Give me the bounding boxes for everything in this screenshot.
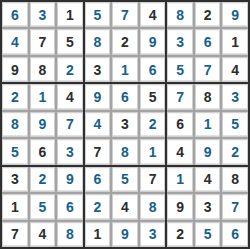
- cell-r1c6[interactable]: 4: [140, 2, 166, 27]
- cell-r9c3[interactable]: 8: [57, 222, 83, 247]
- cell-r7c8[interactable]: 4: [195, 167, 221, 192]
- cell-r3c3[interactable]: 2: [57, 57, 83, 82]
- cell-r2c8[interactable]: 6: [195, 29, 221, 54]
- cell-r2c6[interactable]: 9: [140, 29, 166, 54]
- cell-r1c3[interactable]: 1: [57, 2, 83, 27]
- cell-r1c1[interactable]: 6: [2, 2, 28, 27]
- sudoku-box-4: 214897563: [2, 84, 83, 164]
- cell-r7c2[interactable]: 2: [30, 167, 56, 192]
- cell-r4c7[interactable]: 7: [167, 84, 193, 109]
- cell-r4c4[interactable]: 9: [85, 84, 111, 109]
- cell-r1c8[interactable]: 2: [195, 2, 221, 27]
- cell-r9c8[interactable]: 5: [195, 222, 221, 247]
- cell-r5c8[interactable]: 1: [195, 112, 221, 137]
- sudoku-box-8: 657248193: [85, 167, 166, 247]
- cell-r6c7[interactable]: 4: [167, 139, 193, 164]
- cell-r9c2[interactable]: 4: [30, 222, 56, 247]
- cell-r3c2[interactable]: 8: [30, 57, 56, 82]
- cell-r6c8[interactable]: 9: [195, 139, 221, 164]
- cell-r1c4[interactable]: 5: [85, 2, 111, 27]
- sudoku-box-7: 329156748: [2, 167, 83, 247]
- cell-r9c4[interactable]: 1: [85, 222, 111, 247]
- sudoku-board: 6314759825748293168293615742148975639654…: [0, 0, 250, 249]
- sudoku-box-6: 783615492: [167, 84, 248, 164]
- cell-r8c2[interactable]: 5: [30, 194, 56, 219]
- cell-r7c4[interactable]: 6: [85, 167, 111, 192]
- cell-r4c3[interactable]: 4: [57, 84, 83, 109]
- cell-r4c8[interactable]: 8: [195, 84, 221, 109]
- cell-r4c2[interactable]: 1: [30, 84, 56, 109]
- cell-r2c4[interactable]: 8: [85, 29, 111, 54]
- sudoku-box-2: 574829316: [85, 2, 166, 82]
- cell-r5c4[interactable]: 4: [85, 112, 111, 137]
- cell-r2c3[interactable]: 5: [57, 29, 83, 54]
- cell-r4c6[interactable]: 5: [140, 84, 166, 109]
- cell-r8c7[interactable]: 9: [167, 194, 193, 219]
- cell-r9c7[interactable]: 2: [167, 222, 193, 247]
- cell-r7c7[interactable]: 1: [167, 167, 193, 192]
- cell-r8c3[interactable]: 6: [57, 194, 83, 219]
- cell-r9c6[interactable]: 3: [140, 222, 166, 247]
- cell-r3c6[interactable]: 6: [140, 57, 166, 82]
- cell-r4c1[interactable]: 2: [2, 84, 28, 109]
- cell-r5c6[interactable]: 2: [140, 112, 166, 137]
- sudoku-box-1: 631475982: [2, 2, 83, 82]
- cell-r6c5[interactable]: 8: [112, 139, 138, 164]
- cell-r6c3[interactable]: 3: [57, 139, 83, 164]
- cell-r2c5[interactable]: 2: [112, 29, 138, 54]
- cell-r9c1[interactable]: 7: [2, 222, 28, 247]
- cell-r3c8[interactable]: 7: [195, 57, 221, 82]
- cell-r6c6[interactable]: 1: [140, 139, 166, 164]
- cell-r4c5[interactable]: 6: [112, 84, 138, 109]
- cell-r7c5[interactable]: 5: [112, 167, 138, 192]
- cell-r8c9[interactable]: 7: [222, 194, 248, 219]
- cell-r5c1[interactable]: 8: [2, 112, 28, 137]
- cell-r5c3[interactable]: 7: [57, 112, 83, 137]
- cell-r9c9[interactable]: 6: [222, 222, 248, 247]
- cell-r7c9[interactable]: 8: [222, 167, 248, 192]
- cell-r1c5[interactable]: 7: [112, 2, 138, 27]
- cell-r9c5[interactable]: 9: [112, 222, 138, 247]
- cell-r3c5[interactable]: 1: [112, 57, 138, 82]
- cell-r7c3[interactable]: 9: [57, 167, 83, 192]
- sudoku-box-3: 829361574: [167, 2, 248, 82]
- cell-r7c1[interactable]: 3: [2, 167, 28, 192]
- sudoku-box-9: 148937256: [167, 167, 248, 247]
- cell-r5c5[interactable]: 3: [112, 112, 138, 137]
- cell-r8c5[interactable]: 4: [112, 194, 138, 219]
- cell-r8c1[interactable]: 1: [2, 194, 28, 219]
- cell-r1c9[interactable]: 9: [222, 2, 248, 27]
- cell-r6c2[interactable]: 6: [30, 139, 56, 164]
- cell-r6c1[interactable]: 5: [2, 139, 28, 164]
- cell-r4c9[interactable]: 3: [222, 84, 248, 109]
- cell-r2c9[interactable]: 1: [222, 29, 248, 54]
- cell-r5c9[interactable]: 5: [222, 112, 248, 137]
- cell-r5c7[interactable]: 6: [167, 112, 193, 137]
- cell-r3c9[interactable]: 4: [222, 57, 248, 82]
- cell-r8c8[interactable]: 3: [195, 194, 221, 219]
- cell-r8c6[interactable]: 8: [140, 194, 166, 219]
- cell-r7c6[interactable]: 7: [140, 167, 166, 192]
- cell-r3c4[interactable]: 3: [85, 57, 111, 82]
- cell-r8c4[interactable]: 2: [85, 194, 111, 219]
- cell-r5c2[interactable]: 9: [30, 112, 56, 137]
- cell-r6c4[interactable]: 7: [85, 139, 111, 164]
- cell-r2c2[interactable]: 7: [30, 29, 56, 54]
- sudoku-box-5: 965432781: [85, 84, 166, 164]
- cell-r1c7[interactable]: 8: [167, 2, 193, 27]
- cell-r2c1[interactable]: 4: [2, 29, 28, 54]
- cell-r2c7[interactable]: 3: [167, 29, 193, 54]
- cell-r3c1[interactable]: 9: [2, 57, 28, 82]
- cell-r3c7[interactable]: 5: [167, 57, 193, 82]
- cell-r1c2[interactable]: 3: [30, 2, 56, 27]
- cell-r6c9[interactable]: 2: [222, 139, 248, 164]
